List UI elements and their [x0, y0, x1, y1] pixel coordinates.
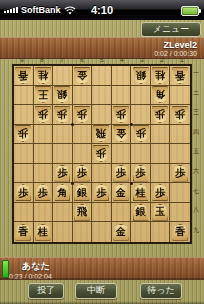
square-3-4[interactable]: 歩 [131, 125, 151, 145]
gote-piece: 香 [172, 67, 188, 84]
square-8-1[interactable]: 桂 [34, 66, 54, 86]
square-9-4[interactable]: 歩 [14, 125, 34, 145]
player-name: あなた [22, 260, 204, 273]
square-1-6[interactable]: 歩 [170, 164, 190, 184]
square-1-2[interactable] [170, 86, 190, 106]
square-2-8[interactable]: 玉 [151, 203, 171, 223]
sente-piece: 銀 [133, 204, 149, 221]
file-label-5: 5 [92, 56, 112, 64]
sente-piece: 歩 [152, 184, 168, 201]
square-7-5[interactable] [53, 144, 73, 164]
square-3-5[interactable] [131, 144, 151, 164]
gote-piece: 銀 [133, 67, 149, 84]
square-2-7[interactable]: 歩 [151, 183, 171, 203]
sente-piece: 香 [15, 224, 31, 241]
gote-piece: 歩 [113, 106, 129, 123]
square-5-9[interactable] [92, 222, 112, 242]
opponent-name: ZLevel2 [0, 40, 197, 50]
hoshi-dot [71, 182, 74, 185]
sente-piece: 歩 [93, 184, 109, 201]
gote-piece: 歩 [133, 125, 149, 142]
gote-piece: 香 [15, 67, 31, 84]
square-1-7[interactable] [170, 183, 190, 203]
square-2-3[interactable]: 歩 [151, 105, 171, 125]
rank-label-4: 四 [193, 123, 203, 143]
square-3-9[interactable] [131, 222, 151, 242]
square-2-9[interactable] [151, 222, 171, 242]
sente-piece: 歩 [113, 165, 129, 182]
square-2-1[interactable]: 桂 [151, 66, 171, 86]
square-7-8[interactable] [53, 203, 73, 223]
hoshi-dot [130, 182, 133, 185]
status-clock: 4:10 [0, 4, 204, 16]
square-4-4[interactable]: 金 [112, 125, 132, 145]
square-3-7[interactable]: 桂 [131, 183, 151, 203]
sente-piece: 歩 [172, 165, 188, 182]
square-7-6[interactable]: 歩 [53, 164, 73, 184]
rank-label-6: 六 [193, 162, 203, 182]
square-1-5[interactable] [170, 144, 190, 164]
square-8-9[interactable]: 桂 [34, 222, 54, 242]
rank-label-5: 五 [193, 142, 203, 162]
square-5-3[interactable] [92, 105, 112, 125]
square-7-9[interactable] [53, 222, 73, 242]
square-5-6[interactable] [92, 164, 112, 184]
square-9-1[interactable]: 香 [14, 66, 34, 86]
rank-label-3: 三 [193, 103, 203, 123]
square-1-8[interactable] [170, 203, 190, 223]
undo-button[interactable]: 待った [140, 283, 182, 299]
square-5-5[interactable]: 歩 [92, 144, 112, 164]
square-5-4[interactable]: 飛 [92, 125, 112, 145]
top-menu-bar: メニュー [0, 20, 204, 38]
square-4-5[interactable] [112, 144, 132, 164]
square-4-2[interactable] [112, 86, 132, 106]
square-7-3[interactable]: 歩 [53, 105, 73, 125]
sente-piece: 香 [172, 224, 188, 241]
square-9-5[interactable] [14, 144, 34, 164]
sente-piece: 角 [54, 184, 70, 201]
sente-piece: 歩 [74, 165, 90, 182]
file-label-9: 9 [12, 56, 32, 64]
square-6-7[interactable]: 銀 [73, 183, 93, 203]
rank-label-2: 二 [193, 84, 203, 104]
square-4-8[interactable] [112, 203, 132, 223]
square-4-9[interactable]: 金 [112, 222, 132, 242]
square-7-7[interactable]: 角 [53, 183, 73, 203]
gote-piece: 歩 [74, 106, 90, 123]
file-label-2: 2 [152, 56, 172, 64]
square-6-9[interactable] [73, 222, 93, 242]
player-info-bar: あなた 0:23 / 0:02:04 [0, 257, 204, 280]
square-1-1[interactable]: 香 [170, 66, 190, 86]
gote-piece: 金 [113, 125, 129, 142]
board-grid: 香桂金銀桂香王銀角歩歩歩歩歩歩歩飛金歩歩歩歩歩歩歩歩歩角銀歩金桂歩飛銀玉香桂金香 [14, 66, 190, 242]
square-8-6[interactable] [34, 164, 54, 184]
square-7-2[interactable]: 銀 [53, 86, 73, 106]
square-8-7[interactable]: 歩 [34, 183, 54, 203]
square-7-4[interactable] [53, 125, 73, 145]
sente-piece: 金 [113, 224, 129, 241]
square-2-5[interactable] [151, 144, 171, 164]
square-6-2[interactable] [73, 86, 93, 106]
square-5-2[interactable] [92, 86, 112, 106]
square-2-4[interactable] [151, 125, 171, 145]
square-3-1[interactable]: 銀 [131, 66, 151, 86]
file-label-1: 1 [172, 56, 192, 64]
square-1-9[interactable]: 香 [170, 222, 190, 242]
rank-labels: 一二三四五六七八九 [193, 64, 203, 240]
square-4-6[interactable]: 歩 [112, 164, 132, 184]
square-1-3[interactable]: 歩 [170, 105, 190, 125]
gote-piece: 桂 [152, 67, 168, 84]
file-labels: 987654321 [12, 56, 192, 64]
square-6-3[interactable]: 歩 [73, 105, 93, 125]
square-5-7[interactable]: 歩 [92, 183, 112, 203]
square-5-8[interactable] [92, 203, 112, 223]
square-4-3[interactable]: 歩 [112, 105, 132, 125]
hoshi-dot [71, 123, 74, 126]
square-6-8[interactable]: 飛 [73, 203, 93, 223]
square-9-9[interactable]: 香 [14, 222, 34, 242]
sente-piece: 桂 [133, 184, 149, 201]
gote-piece: 歩 [172, 106, 188, 123]
sente-piece: 桂 [35, 224, 51, 241]
square-9-3[interactable] [14, 105, 34, 125]
square-8-4[interactable] [34, 125, 54, 145]
file-label-3: 3 [132, 56, 152, 64]
gote-piece: 歩 [35, 106, 51, 123]
file-label-6: 6 [72, 56, 92, 64]
gote-piece: 銀 [54, 86, 70, 103]
sente-piece: 金 [113, 184, 129, 201]
app-screen: SoftBank 4:10 メニュー ZLevel2 0:02 / 0:00:3… [0, 0, 204, 304]
square-9-8[interactable] [14, 203, 34, 223]
gote-piece: 王 [35, 86, 51, 103]
square-4-7[interactable]: 金 [112, 183, 132, 203]
gote-piece: 金 [74, 67, 90, 84]
square-8-2[interactable]: 王 [34, 86, 54, 106]
file-label-8: 8 [32, 56, 52, 64]
gote-piece: 歩 [54, 106, 70, 123]
gote-piece: 桂 [35, 67, 51, 84]
gote-piece: 角 [152, 86, 168, 103]
sente-piece: 飛 [74, 204, 90, 221]
sente-piece: 歩 [133, 165, 149, 182]
gote-piece: 歩 [15, 125, 31, 142]
square-2-2[interactable]: 角 [151, 86, 171, 106]
gote-piece: 歩 [93, 145, 109, 162]
sente-piece: 歩 [15, 184, 31, 201]
square-6-5[interactable] [73, 144, 93, 164]
file-label-4: 4 [112, 56, 132, 64]
square-7-1[interactable] [53, 66, 73, 86]
square-8-3[interactable]: 歩 [34, 105, 54, 125]
rank-label-9: 九 [193, 220, 203, 240]
square-2-6[interactable] [151, 164, 171, 184]
sente-piece: 歩 [35, 184, 51, 201]
square-6-6[interactable]: 歩 [73, 164, 93, 184]
bottom-toolbar: 投了 中断 待った [0, 278, 204, 304]
sente-piece: 玉 [152, 204, 168, 221]
rank-label-7: 七 [193, 181, 203, 201]
menu-button[interactable]: メニュー [141, 22, 201, 37]
status-bar: SoftBank 4:10 [0, 0, 204, 20]
square-3-3[interactable] [131, 105, 151, 125]
square-3-2[interactable] [131, 86, 151, 106]
sente-piece: 歩 [54, 165, 70, 182]
gote-piece: 飛 [93, 125, 109, 142]
battery-icon [181, 6, 199, 16]
sente-piece: 銀 [74, 184, 90, 201]
rank-label-8: 八 [193, 201, 203, 221]
square-6-1[interactable]: 金 [73, 66, 93, 86]
file-label-7: 7 [52, 56, 72, 64]
square-9-2[interactable] [14, 86, 34, 106]
square-3-8[interactable]: 銀 [131, 203, 151, 223]
square-6-4[interactable] [73, 125, 93, 145]
square-9-6[interactable] [14, 164, 34, 184]
square-1-4[interactable] [170, 125, 190, 145]
suspend-button[interactable]: 中断 [75, 283, 117, 299]
shogi-board: 香桂金銀桂香王銀角歩歩歩歩歩歩歩飛金歩歩歩歩歩歩歩歩歩角銀歩金桂歩飛銀玉香桂金香 [12, 64, 192, 244]
square-8-5[interactable] [34, 144, 54, 164]
hoshi-dot [130, 123, 133, 126]
square-9-7[interactable]: 歩 [14, 183, 34, 203]
gote-piece: 歩 [152, 106, 168, 123]
square-5-1[interactable] [92, 66, 112, 86]
square-4-1[interactable] [112, 66, 132, 86]
square-8-8[interactable] [34, 203, 54, 223]
turn-indicator [2, 260, 9, 278]
rank-label-1: 一 [193, 64, 203, 84]
square-3-6[interactable]: 歩 [131, 164, 151, 184]
resign-button[interactable]: 投了 [28, 283, 64, 299]
